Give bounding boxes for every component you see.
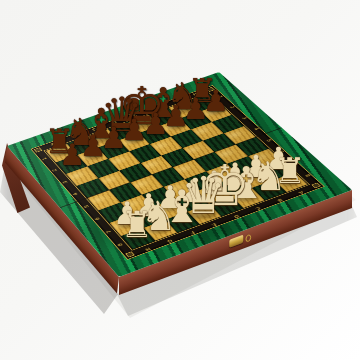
brass-clasp-hook-icon — [246, 234, 251, 243]
brass-clasp[interactable] — [229, 235, 243, 248]
piece-black-pawn[interactable]: ♟ — [59, 139, 86, 169]
chess-set-photo: 11HA22GB33FC44ED55DE66CF77BG88AH ♜♞♝♛♚♝♞… — [0, 0, 360, 360]
piece-white-rook[interactable]: ♜ — [121, 208, 153, 244]
